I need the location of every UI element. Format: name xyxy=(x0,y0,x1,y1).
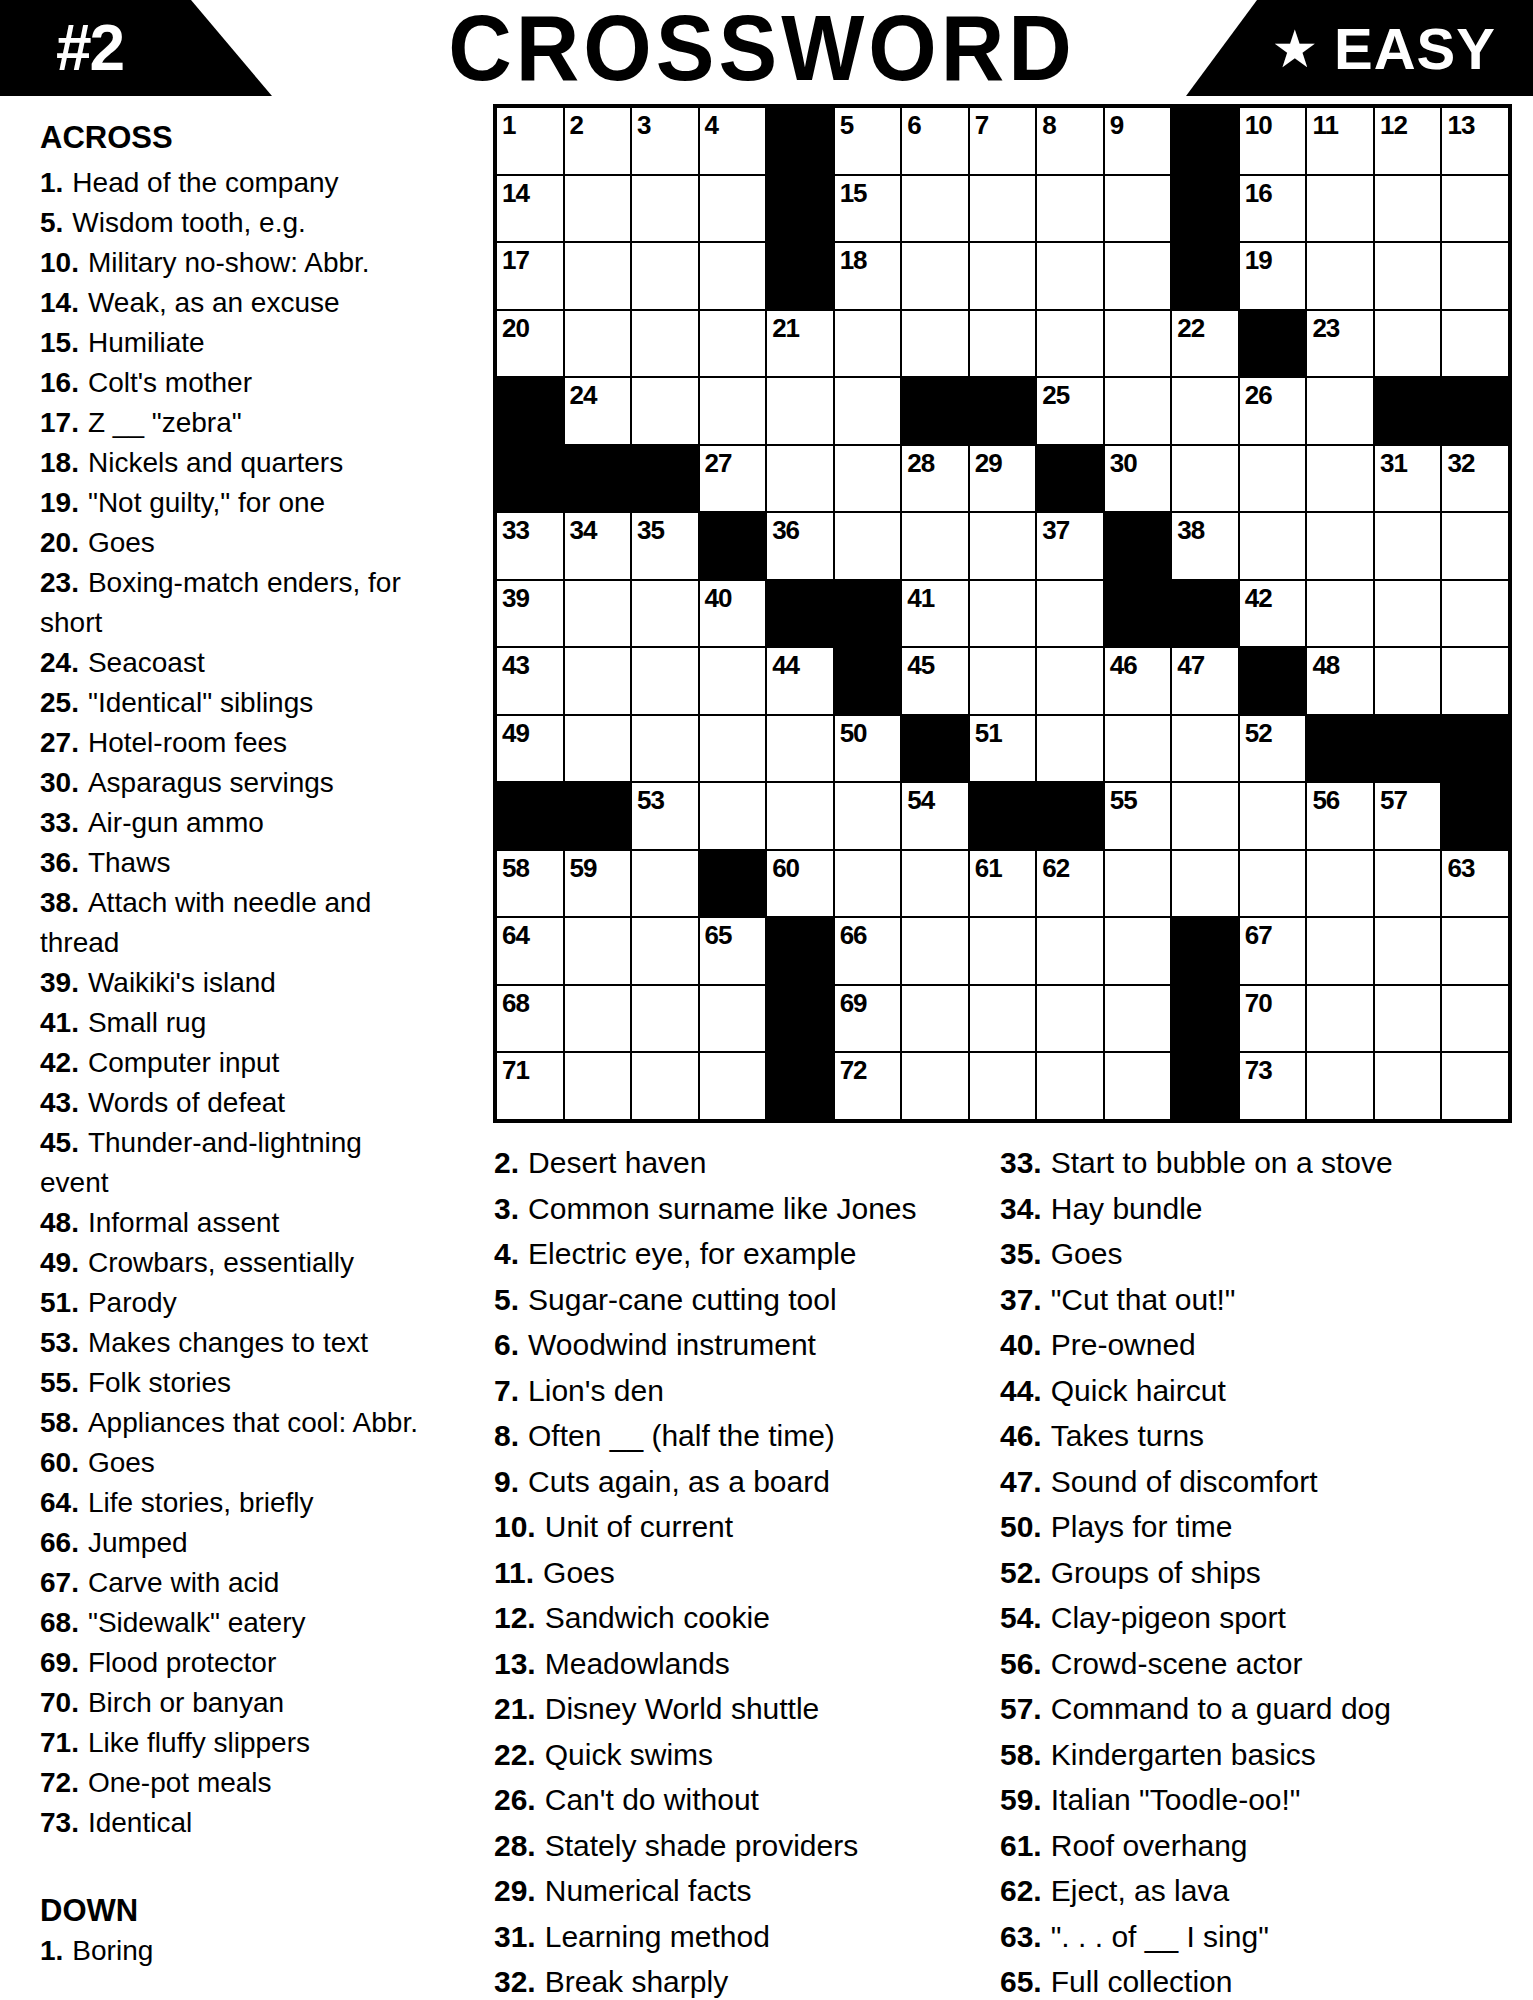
white-cell[interactable]: 15 xyxy=(835,176,901,242)
black-cell xyxy=(767,1053,833,1119)
black-cell xyxy=(1037,783,1103,849)
white-cell[interactable] xyxy=(700,648,766,714)
white-cell[interactable] xyxy=(970,1053,1036,1119)
white-cell[interactable] xyxy=(1037,243,1103,309)
white-cell[interactable] xyxy=(1442,581,1508,647)
white-cell[interactable]: 24 xyxy=(565,378,631,444)
white-cell[interactable]: 7 xyxy=(970,108,1036,174)
white-cell[interactable]: 29 xyxy=(970,446,1036,512)
cell-number: 38 xyxy=(1172,513,1238,543)
clue-text: Like fluffy slippers xyxy=(88,1727,310,1758)
white-cell[interactable] xyxy=(1442,176,1508,242)
white-cell[interactable] xyxy=(970,176,1036,242)
white-cell[interactable] xyxy=(1307,851,1373,917)
white-cell[interactable] xyxy=(1240,851,1306,917)
down-clue-list-1: 1.Boring xyxy=(40,1931,472,1971)
clue-text: Meadowlands xyxy=(545,1647,730,1680)
cell-number: 34 xyxy=(565,513,631,543)
white-cell[interactable]: 21 xyxy=(767,311,833,377)
header-bar: #2 CROSSWORD ★ EASY xyxy=(0,0,1533,96)
white-cell[interactable] xyxy=(632,648,698,714)
clue-number: 64. xyxy=(40,1487,79,1518)
white-cell[interactable] xyxy=(632,581,698,647)
white-cell[interactable] xyxy=(1037,648,1103,714)
white-cell[interactable] xyxy=(1105,986,1171,1052)
white-cell[interactable] xyxy=(1172,446,1238,512)
white-cell[interactable]: 11 xyxy=(1307,108,1373,174)
clue-item: 43.Words of defeat xyxy=(40,1083,472,1123)
white-cell[interactable] xyxy=(700,783,766,849)
white-cell[interactable]: 66 xyxy=(835,918,901,984)
white-cell[interactable] xyxy=(1172,378,1238,444)
white-cell[interactable] xyxy=(902,243,968,309)
white-cell[interactable]: 50 xyxy=(835,716,901,782)
white-cell[interactable]: 67 xyxy=(1240,918,1306,984)
white-cell[interactable] xyxy=(1375,581,1441,647)
white-cell[interactable]: 43 xyxy=(497,648,563,714)
white-cell[interactable]: 33 xyxy=(497,513,563,579)
white-cell[interactable]: 25 xyxy=(1037,378,1103,444)
white-cell[interactable] xyxy=(1105,378,1171,444)
clue-item: 40.Pre-owned xyxy=(1000,1322,1524,1368)
white-cell[interactable] xyxy=(700,311,766,377)
white-cell[interactable]: 22 xyxy=(1172,311,1238,377)
white-cell[interactable]: 65 xyxy=(700,918,766,984)
white-cell[interactable]: 37 xyxy=(1037,513,1103,579)
white-cell[interactable] xyxy=(1105,243,1171,309)
white-cell[interactable] xyxy=(835,851,901,917)
cell-number: 64 xyxy=(497,918,563,948)
white-cell[interactable]: 19 xyxy=(1240,243,1306,309)
clue-item: 18.Nickels and quarters xyxy=(40,443,472,483)
white-cell[interactable] xyxy=(970,311,1036,377)
white-cell[interactable]: 27 xyxy=(700,446,766,512)
white-cell[interactable]: 45 xyxy=(902,648,968,714)
black-cell xyxy=(1172,1053,1238,1119)
white-cell[interactable]: 49 xyxy=(497,716,563,782)
cell-number: 46 xyxy=(1105,648,1171,678)
black-cell xyxy=(835,581,901,647)
clue-text: Disney World shuttle xyxy=(545,1692,820,1725)
clue-number: 8. xyxy=(494,1419,519,1452)
white-cell[interactable]: 4 xyxy=(700,108,766,174)
white-cell[interactable] xyxy=(767,783,833,849)
white-cell[interactable] xyxy=(1375,986,1441,1052)
black-cell xyxy=(1442,716,1508,782)
clue-text: Clay-pigeon sport xyxy=(1051,1601,1286,1634)
cell-number: 9 xyxy=(1105,108,1171,138)
clue-number: 30. xyxy=(40,767,79,798)
white-cell[interactable] xyxy=(632,243,698,309)
white-cell[interactable] xyxy=(902,851,968,917)
clue-number: 26. xyxy=(494,1783,536,1816)
clue-number: 73. xyxy=(40,1807,79,1838)
white-cell[interactable] xyxy=(767,378,833,444)
white-cell[interactable] xyxy=(632,986,698,1052)
white-cell[interactable]: 51 xyxy=(970,716,1036,782)
clue-number: 32. xyxy=(494,1965,536,1998)
white-cell[interactable]: 40 xyxy=(700,581,766,647)
white-cell[interactable] xyxy=(970,648,1036,714)
black-cell xyxy=(1172,918,1238,984)
cell-number: 10 xyxy=(1240,108,1306,138)
clue-item: 44.Quick haircut xyxy=(1000,1368,1524,1414)
white-cell[interactable] xyxy=(632,1053,698,1119)
white-cell[interactable] xyxy=(1172,783,1238,849)
white-cell[interactable]: 58 xyxy=(497,851,563,917)
clue-number: 47. xyxy=(1000,1465,1042,1498)
white-cell[interactable] xyxy=(1105,918,1171,984)
white-cell[interactable] xyxy=(632,311,698,377)
black-cell xyxy=(1172,108,1238,174)
clue-text: Crowd-scene actor xyxy=(1051,1647,1303,1680)
black-cell xyxy=(1240,311,1306,377)
white-cell[interactable] xyxy=(1307,176,1373,242)
white-cell[interactable]: 47 xyxy=(1172,648,1238,714)
white-cell[interactable] xyxy=(1307,446,1373,512)
clue-text: Sugar-cane cutting tool xyxy=(528,1283,837,1316)
white-cell[interactable] xyxy=(565,311,631,377)
clue-text: Folk stories xyxy=(88,1367,231,1398)
white-cell[interactable]: 68 xyxy=(497,986,563,1052)
clue-number: 3. xyxy=(494,1192,519,1225)
white-cell[interactable] xyxy=(1172,716,1238,782)
clue-text: Numerical facts xyxy=(545,1874,752,1907)
white-cell[interactable]: 72 xyxy=(835,1053,901,1119)
white-cell[interactable] xyxy=(1037,918,1103,984)
cell-number: 29 xyxy=(970,446,1036,476)
cell-number: 47 xyxy=(1172,648,1238,678)
white-cell[interactable] xyxy=(700,986,766,1052)
clue-text: Identical xyxy=(88,1807,192,1838)
white-cell[interactable]: 13 xyxy=(1442,108,1508,174)
clue-text: Flood protector xyxy=(88,1647,276,1678)
cell-number: 36 xyxy=(767,513,833,543)
white-cell[interactable] xyxy=(1037,986,1103,1052)
white-cell[interactable]: 28 xyxy=(902,446,968,512)
white-cell[interactable]: 55 xyxy=(1105,783,1171,849)
clue-number: 39. xyxy=(40,967,79,998)
white-cell[interactable] xyxy=(1375,918,1441,984)
white-cell[interactable]: 61 xyxy=(970,851,1036,917)
white-cell[interactable] xyxy=(1375,243,1441,309)
clue-item: 48.Informal assent xyxy=(40,1203,472,1243)
white-cell[interactable]: 44 xyxy=(767,648,833,714)
white-cell[interactable]: 9 xyxy=(1105,108,1171,174)
cell-number: 14 xyxy=(497,176,563,206)
clue-number: 18. xyxy=(40,447,79,478)
white-cell[interactable] xyxy=(565,581,631,647)
white-cell[interactable]: 1 xyxy=(497,108,563,174)
white-cell[interactable]: 14 xyxy=(497,176,563,242)
clue-number: 49. xyxy=(40,1247,79,1278)
white-cell[interactable]: 10 xyxy=(1240,108,1306,174)
white-cell[interactable]: 71 xyxy=(497,1053,563,1119)
clue-text: Appliances that cool: Abbr. xyxy=(88,1407,418,1438)
white-cell[interactable] xyxy=(902,176,968,242)
white-cell[interactable]: 32 xyxy=(1442,446,1508,512)
clue-item: 20.Goes xyxy=(40,523,472,563)
white-cell[interactable] xyxy=(700,243,766,309)
white-cell[interactable]: 64 xyxy=(497,918,563,984)
white-cell[interactable] xyxy=(1240,446,1306,512)
white-cell[interactable]: 35 xyxy=(632,513,698,579)
clue-number: 12. xyxy=(494,1601,536,1634)
clue-number: 34. xyxy=(1000,1192,1042,1225)
cell-number: 58 xyxy=(497,851,563,881)
white-cell[interactable] xyxy=(970,513,1036,579)
white-cell[interactable] xyxy=(970,581,1036,647)
white-cell[interactable] xyxy=(1105,851,1171,917)
white-cell[interactable] xyxy=(1375,176,1441,242)
white-cell[interactable] xyxy=(1307,1053,1373,1119)
clue-item: 54.Clay-pigeon sport xyxy=(1000,1595,1524,1641)
white-cell[interactable] xyxy=(1375,311,1441,377)
clue-text: Woodwind instrument xyxy=(528,1328,816,1361)
clue-text: One-pot meals xyxy=(88,1767,272,1798)
white-cell[interactable] xyxy=(1307,918,1373,984)
clue-item: 17.Z __ "zebra" xyxy=(40,403,472,443)
black-cell xyxy=(1037,446,1103,512)
clue-text: Z __ "zebra" xyxy=(88,407,242,438)
white-cell[interactable]: 46 xyxy=(1105,648,1171,714)
white-cell[interactable] xyxy=(632,176,698,242)
white-cell[interactable]: 73 xyxy=(1240,1053,1306,1119)
white-cell[interactable] xyxy=(700,716,766,782)
clue-number: 46. xyxy=(1000,1419,1042,1452)
clue-item: 51.Parody xyxy=(40,1283,472,1323)
cell-number: 73 xyxy=(1240,1053,1306,1083)
clue-item: 26.Can't do without xyxy=(494,1777,980,1823)
white-cell[interactable] xyxy=(1037,1053,1103,1119)
white-cell[interactable] xyxy=(1442,243,1508,309)
clue-number: 1. xyxy=(40,1935,63,1966)
clue-text: ". . . of __ I sing" xyxy=(1051,1920,1269,1953)
white-cell[interactable] xyxy=(1442,311,1508,377)
black-cell xyxy=(1240,648,1306,714)
white-cell[interactable]: 38 xyxy=(1172,513,1238,579)
cell-number: 33 xyxy=(497,513,563,543)
clue-item: 65.Full collection xyxy=(1000,1959,1524,2000)
white-cell[interactable]: 20 xyxy=(497,311,563,377)
clue-number: 29. xyxy=(494,1874,536,1907)
white-cell[interactable] xyxy=(902,311,968,377)
cell-number: 53 xyxy=(632,783,698,813)
clue-number: 37. xyxy=(1000,1283,1042,1316)
white-cell[interactable] xyxy=(970,986,1036,1052)
clue-text: Makes changes to text xyxy=(88,1327,368,1358)
white-cell[interactable] xyxy=(1307,581,1373,647)
white-cell[interactable]: 59 xyxy=(565,851,631,917)
clue-item: 14.Weak, as an excuse xyxy=(40,283,472,323)
white-cell[interactable]: 52 xyxy=(1240,716,1306,782)
clue-text: Colt's mother xyxy=(88,367,252,398)
white-cell[interactable]: 26 xyxy=(1240,378,1306,444)
clue-item: 60.Goes xyxy=(40,1443,472,1483)
white-cell[interactable] xyxy=(632,918,698,984)
white-cell[interactable] xyxy=(902,1053,968,1119)
cell-number: 65 xyxy=(700,918,766,948)
white-cell[interactable]: 30 xyxy=(1105,446,1171,512)
white-cell[interactable]: 6 xyxy=(902,108,968,174)
white-cell[interactable] xyxy=(565,918,631,984)
white-cell[interactable] xyxy=(565,986,631,1052)
white-cell[interactable] xyxy=(902,513,968,579)
white-cell[interactable] xyxy=(902,918,968,984)
white-cell[interactable] xyxy=(1105,176,1171,242)
white-cell[interactable]: 53 xyxy=(632,783,698,849)
down-clues-column-middle: 2.Desert haven 3.Common surname like Jon… xyxy=(494,1140,980,2000)
white-cell[interactable]: 36 xyxy=(767,513,833,579)
clue-item: 56.Crowd-scene actor xyxy=(1000,1641,1524,1687)
difficulty-label: EASY xyxy=(1334,15,1496,82)
white-cell[interactable] xyxy=(1375,513,1441,579)
cell-number: 45 xyxy=(902,648,968,678)
white-cell[interactable]: 39 xyxy=(497,581,563,647)
clue-item: 33.Start to bubble on a stove xyxy=(1000,1140,1524,1186)
white-cell[interactable] xyxy=(1307,513,1373,579)
white-cell[interactable] xyxy=(565,1053,631,1119)
white-cell[interactable] xyxy=(1037,716,1103,782)
white-cell[interactable] xyxy=(970,243,1036,309)
white-cell[interactable]: 54 xyxy=(902,783,968,849)
white-cell[interactable] xyxy=(1442,986,1508,1052)
cell-number: 17 xyxy=(497,243,563,273)
white-cell[interactable] xyxy=(565,716,631,782)
white-cell[interactable] xyxy=(1442,918,1508,984)
white-cell[interactable]: 41 xyxy=(902,581,968,647)
white-cell[interactable] xyxy=(1307,243,1373,309)
clue-number: 56. xyxy=(1000,1647,1042,1680)
white-cell[interactable]: 5 xyxy=(835,108,901,174)
white-cell[interactable]: 3 xyxy=(632,108,698,174)
white-cell[interactable]: 60 xyxy=(767,851,833,917)
cell-number: 12 xyxy=(1375,108,1441,138)
clue-number: 7. xyxy=(494,1374,519,1407)
white-cell[interactable] xyxy=(565,176,631,242)
white-cell[interactable] xyxy=(1442,1053,1508,1119)
white-cell[interactable] xyxy=(565,648,631,714)
white-cell[interactable]: 2 xyxy=(565,108,631,174)
star-icon: ★ xyxy=(1271,22,1318,74)
white-cell[interactable]: 70 xyxy=(1240,986,1306,1052)
white-cell[interactable] xyxy=(835,311,901,377)
clue-item: 28.Stately shade providers xyxy=(494,1823,980,1869)
clue-number: 53. xyxy=(40,1327,79,1358)
cell-number: 26 xyxy=(1240,378,1306,408)
clue-item: 4.Electric eye, for example xyxy=(494,1231,980,1277)
difficulty-badge: ★ EASY xyxy=(1271,15,1496,82)
white-cell[interactable] xyxy=(632,851,698,917)
white-cell[interactable] xyxy=(1037,311,1103,377)
clue-text: Plays for time xyxy=(1051,1510,1233,1543)
clue-item: 16.Colt's mother xyxy=(40,363,472,403)
white-cell[interactable]: 42 xyxy=(1240,581,1306,647)
clue-number: 59. xyxy=(1000,1783,1042,1816)
white-cell[interactable]: 18 xyxy=(835,243,901,309)
white-cell[interactable]: 63 xyxy=(1442,851,1508,917)
white-cell[interactable] xyxy=(1172,851,1238,917)
white-cell[interactable] xyxy=(835,446,901,512)
cell-number: 28 xyxy=(902,446,968,476)
white-cell[interactable] xyxy=(1105,716,1171,782)
white-cell[interactable] xyxy=(970,918,1036,984)
white-cell[interactable] xyxy=(1307,986,1373,1052)
white-cell[interactable]: 31 xyxy=(1375,446,1441,512)
clue-number: 17. xyxy=(40,407,79,438)
white-cell[interactable] xyxy=(1037,581,1103,647)
white-cell[interactable]: 16 xyxy=(1240,176,1306,242)
white-cell[interactable]: 69 xyxy=(835,986,901,1052)
white-cell[interactable]: 17 xyxy=(497,243,563,309)
cell-number: 52 xyxy=(1240,716,1306,746)
white-cell[interactable]: 34 xyxy=(565,513,631,579)
white-cell[interactable] xyxy=(1307,378,1373,444)
clue-item: 41.Small rug xyxy=(40,1003,472,1043)
white-cell[interactable] xyxy=(700,378,766,444)
cell-number: 69 xyxy=(835,986,901,1016)
clue-item: 1.Boring xyxy=(40,1931,472,1971)
white-cell[interactable] xyxy=(1375,648,1441,714)
white-cell[interactable] xyxy=(835,783,901,849)
white-cell[interactable] xyxy=(632,716,698,782)
white-cell[interactable]: 56 xyxy=(1307,783,1373,849)
clue-number: 69. xyxy=(40,1647,79,1678)
cell-number: 63 xyxy=(1442,851,1508,881)
white-cell[interactable] xyxy=(1375,1053,1441,1119)
white-cell[interactable]: 23 xyxy=(1307,311,1373,377)
white-cell[interactable] xyxy=(700,1053,766,1119)
white-cell[interactable]: 62 xyxy=(1037,851,1103,917)
cell-number: 50 xyxy=(835,716,901,746)
white-cell[interactable] xyxy=(1105,1053,1171,1119)
clue-number: 23. xyxy=(40,567,79,598)
white-cell[interactable] xyxy=(1442,513,1508,579)
clue-text: Can't do without xyxy=(545,1783,759,1816)
white-cell[interactable] xyxy=(1375,851,1441,917)
white-cell[interactable]: 57 xyxy=(1375,783,1441,849)
clue-number: 6. xyxy=(494,1328,519,1361)
clue-item: 3.Common surname like Jones xyxy=(494,1186,980,1232)
white-cell[interactable] xyxy=(902,986,968,1052)
white-cell[interactable] xyxy=(767,446,833,512)
white-cell[interactable] xyxy=(835,378,901,444)
clue-text: Military no-show: Abbr. xyxy=(88,247,370,278)
cell-number: 6 xyxy=(902,108,968,138)
black-cell xyxy=(835,648,901,714)
white-cell[interactable] xyxy=(767,716,833,782)
white-cell[interactable] xyxy=(632,378,698,444)
clue-item: 33.Air-gun ammo xyxy=(40,803,472,843)
white-cell[interactable] xyxy=(565,243,631,309)
black-cell xyxy=(497,446,563,512)
white-cell[interactable] xyxy=(1442,648,1508,714)
clue-item: 73.Identical xyxy=(40,1803,472,1843)
white-cell[interactable] xyxy=(700,176,766,242)
cell-number: 56 xyxy=(1307,783,1373,813)
white-cell[interactable] xyxy=(1240,513,1306,579)
white-cell[interactable] xyxy=(1105,311,1171,377)
clue-item: 25."Identical" siblings xyxy=(40,683,472,723)
white-cell[interactable]: 8 xyxy=(1037,108,1103,174)
white-cell[interactable]: 48 xyxy=(1307,648,1373,714)
white-cell[interactable] xyxy=(835,513,901,579)
white-cell[interactable] xyxy=(1240,783,1306,849)
clue-item: 27.Hotel-room fees xyxy=(40,723,472,763)
clue-number: 10. xyxy=(40,247,79,278)
white-cell[interactable] xyxy=(1037,176,1103,242)
white-cell[interactable]: 12 xyxy=(1375,108,1441,174)
